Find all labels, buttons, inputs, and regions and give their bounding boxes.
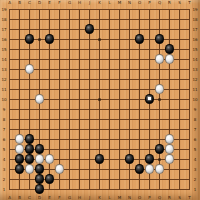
- black-stone: [95, 154, 105, 164]
- column-label: C: [25, 0, 35, 5]
- column-label: B: [15, 195, 25, 200]
- grid-hline: [9, 119, 190, 120]
- black-stone: [35, 184, 45, 194]
- white-stone: [35, 154, 45, 164]
- row-label: 10: [0, 97, 8, 102]
- black-stone: [165, 44, 175, 54]
- black-stone: [145, 154, 155, 164]
- grid-hline: [9, 109, 190, 110]
- row-label: 17: [191, 27, 199, 32]
- column-label: R: [165, 0, 175, 5]
- column-label: A: [5, 195, 15, 200]
- white-stone: [165, 134, 175, 144]
- row-label: 19: [191, 7, 199, 12]
- black-stone: [25, 154, 35, 164]
- row-label: 12: [0, 77, 8, 82]
- column-label: F: [55, 195, 65, 200]
- white-stone: [155, 164, 165, 174]
- column-label: D: [35, 0, 45, 5]
- black-stone: [145, 94, 155, 104]
- white-stone: [145, 164, 155, 174]
- star-point: [158, 98, 161, 101]
- column-label: J: [85, 0, 95, 5]
- column-label: M: [115, 195, 125, 200]
- row-label: 7: [0, 127, 8, 132]
- black-stone: [15, 154, 25, 164]
- black-stone: [85, 24, 95, 34]
- row-label: 2: [0, 177, 8, 182]
- white-stone: [25, 164, 35, 174]
- column-label: H: [75, 195, 85, 200]
- column-label: S: [175, 195, 185, 200]
- row-label: 1: [191, 187, 199, 192]
- row-label: 3: [191, 167, 199, 172]
- black-stone: [45, 34, 55, 44]
- row-label: 11: [191, 87, 199, 92]
- row-label: 13: [191, 67, 199, 72]
- black-stone: [25, 34, 35, 44]
- row-label: 2: [191, 177, 199, 182]
- column-label: K: [95, 0, 105, 5]
- black-stone: [45, 174, 55, 184]
- row-label: 3: [0, 167, 8, 172]
- column-label: G: [65, 0, 75, 5]
- column-label: P: [145, 0, 155, 5]
- row-label: 12: [191, 77, 199, 82]
- row-label: 8: [191, 117, 199, 122]
- column-label: O: [135, 0, 145, 5]
- row-label: 15: [191, 47, 199, 52]
- grid-hline: [9, 139, 190, 140]
- column-label: A: [5, 0, 15, 5]
- white-stone: [25, 64, 35, 74]
- row-label: 19: [0, 7, 8, 12]
- row-label: 6: [191, 137, 199, 142]
- white-stone: [165, 54, 175, 64]
- column-label: F: [55, 0, 65, 5]
- row-label: 1: [0, 187, 8, 192]
- white-stone: [35, 94, 45, 104]
- star-point: [158, 158, 161, 161]
- column-label: C: [25, 195, 35, 200]
- row-label: 17: [0, 27, 8, 32]
- row-label: 13: [0, 67, 8, 72]
- row-label: 16: [0, 37, 8, 42]
- column-label: Q: [155, 0, 165, 5]
- row-label: 8: [0, 117, 8, 122]
- star-point: [38, 38, 41, 41]
- row-label: 4: [191, 157, 199, 162]
- white-stone: [45, 154, 55, 164]
- black-stone: [35, 144, 45, 154]
- black-stone: [25, 134, 35, 144]
- white-stone: [55, 164, 65, 174]
- star-point: [98, 98, 101, 101]
- grid-hline: [9, 129, 190, 130]
- white-stone: [165, 144, 175, 154]
- column-label: R: [165, 195, 175, 200]
- row-label: 7: [191, 127, 199, 132]
- column-label: N: [125, 0, 135, 5]
- row-label: 9: [191, 107, 199, 112]
- black-stone: [25, 144, 35, 154]
- column-label: Q: [155, 195, 165, 200]
- row-label: 16: [191, 37, 199, 42]
- row-label: 4: [0, 157, 8, 162]
- row-label: 11: [0, 87, 8, 92]
- black-stone: [135, 164, 145, 174]
- column-label: K: [95, 195, 105, 200]
- white-stone: [165, 154, 175, 164]
- column-label: L: [105, 195, 115, 200]
- column-label: S: [175, 0, 185, 5]
- black-stone: [35, 164, 45, 174]
- black-stone: [15, 164, 25, 174]
- go-board[interactable]: AABBCCDDEEFFGGHHJJKKLLMMNNOOPPQQRRSSTT19…: [0, 0, 200, 200]
- grid-vline: [109, 9, 110, 190]
- black-stone: [125, 154, 135, 164]
- grid-vline: [179, 9, 180, 190]
- row-label: 6: [0, 137, 8, 142]
- column-label: D: [35, 195, 45, 200]
- column-label: G: [65, 195, 75, 200]
- row-label: 14: [0, 57, 8, 62]
- row-label: 5: [0, 147, 8, 152]
- grid-vline: [189, 9, 190, 190]
- star-point: [98, 38, 101, 41]
- last-move-marker: [148, 97, 151, 100]
- row-label: 5: [191, 147, 199, 152]
- row-label: 14: [191, 57, 199, 62]
- white-stone: [15, 134, 25, 144]
- grid-vline: [119, 9, 120, 190]
- column-label: B: [15, 0, 25, 5]
- column-label: P: [145, 195, 155, 200]
- row-label: 9: [0, 107, 8, 112]
- row-label: 15: [0, 47, 8, 52]
- column-label: N: [125, 195, 135, 200]
- column-label: J: [85, 195, 95, 200]
- column-label: E: [45, 195, 55, 200]
- column-label: L: [105, 0, 115, 5]
- white-stone: [155, 54, 165, 64]
- column-label: M: [115, 0, 125, 5]
- white-stone: [15, 144, 25, 154]
- column-label: E: [45, 0, 55, 5]
- row-label: 10: [191, 97, 199, 102]
- black-stone: [35, 174, 45, 184]
- black-stone: [155, 144, 165, 154]
- black-stone: [155, 34, 165, 44]
- black-stone: [135, 34, 145, 44]
- column-label: O: [135, 195, 145, 200]
- row-label: 18: [0, 17, 8, 22]
- row-label: 18: [191, 17, 199, 22]
- column-label: T: [185, 195, 195, 200]
- column-label: T: [185, 0, 195, 5]
- column-label: H: [75, 0, 85, 5]
- white-stone: [155, 84, 165, 94]
